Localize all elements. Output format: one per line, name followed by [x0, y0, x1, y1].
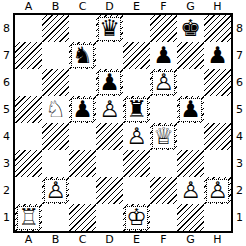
square-d4[interactable]: [96, 123, 123, 150]
square-g5[interactable]: ♟: [177, 96, 204, 123]
rank-label-1: 1: [233, 204, 246, 231]
square-d3[interactable]: [96, 150, 123, 177]
file-label-g: G: [177, 0, 204, 13]
square-b4[interactable]: [42, 123, 69, 150]
file-label-f: F: [150, 0, 177, 13]
file-label-a: A: [15, 0, 42, 13]
square-a3[interactable]: [15, 150, 42, 177]
square-g4[interactable]: [177, 123, 204, 150]
rank-labels-left: 87654321: [0, 13, 13, 233]
rank-label-1: 1: [0, 204, 13, 231]
square-c5[interactable]: ♟: [69, 96, 96, 123]
rank-label-4: 4: [0, 123, 13, 150]
square-f4[interactable]: ♕: [150, 123, 177, 150]
square-c7[interactable]: ♞: [69, 42, 96, 69]
square-f3[interactable]: [150, 150, 177, 177]
white-pawn[interactable]: ♙: [206, 179, 229, 203]
square-a7[interactable]: [15, 42, 42, 69]
square-b6[interactable]: [42, 69, 69, 96]
rank-label-7: 7: [0, 42, 13, 69]
square-d7[interactable]: [96, 42, 123, 69]
black-rook[interactable]: ♜: [125, 98, 148, 122]
square-g3[interactable]: [177, 150, 204, 177]
square-c4[interactable]: [69, 123, 96, 150]
square-b1[interactable]: [42, 204, 69, 231]
file-labels-top: ABCDEFGH: [13, 0, 233, 13]
file-label-d: D: [96, 0, 123, 13]
rank-label-5: 5: [0, 96, 13, 123]
black-pawn[interactable]: ♟: [153, 44, 174, 67]
square-d8[interactable]: ♛: [96, 15, 123, 42]
rank-label-5: 5: [233, 96, 246, 123]
square-c3[interactable]: [69, 150, 96, 177]
black-pawn[interactable]: ♟: [98, 71, 121, 95]
square-h7[interactable]: ♟: [204, 42, 231, 69]
rank-label-7: 7: [233, 42, 246, 69]
rank-label-2: 2: [0, 177, 13, 204]
square-h5[interactable]: [204, 96, 231, 123]
file-labels-bottom: ABCDEFGH: [13, 233, 233, 246]
square-b5[interactable]: ♘: [42, 96, 69, 123]
file-label-f: F: [150, 233, 177, 246]
file-label-c: C: [69, 0, 96, 13]
white-king[interactable]: ♔: [125, 206, 148, 230]
square-e1[interactable]: ♔: [123, 204, 150, 231]
file-label-d: D: [96, 233, 123, 246]
file-label-a: A: [15, 233, 42, 246]
square-e3[interactable]: [123, 150, 150, 177]
chess-diagram: ABCDEFGH 87654321 ♛♚♞♟♟♟♙♘♟♙♜♟♙♕♙♙♙♖♔ 87…: [0, 0, 246, 246]
square-c6[interactable]: [69, 69, 96, 96]
square-h2[interactable]: ♙: [204, 177, 231, 204]
black-pawn[interactable]: ♟: [179, 98, 202, 122]
file-label-g: G: [177, 233, 204, 246]
file-label-e: E: [123, 0, 150, 13]
square-g6[interactable]: [177, 69, 204, 96]
black-knight[interactable]: ♞: [71, 44, 94, 68]
square-h1[interactable]: [204, 204, 231, 231]
black-queen[interactable]: ♛: [98, 17, 121, 41]
white-pawn[interactable]: ♙: [180, 179, 201, 202]
black-pawn[interactable]: ♟: [207, 44, 228, 67]
file-label-c: C: [69, 233, 96, 246]
square-e5[interactable]: ♜: [123, 96, 150, 123]
white-pawn[interactable]: ♙: [152, 71, 175, 95]
square-a8[interactable]: [15, 15, 42, 42]
white-queen[interactable]: ♕: [152, 125, 175, 149]
rank-label-6: 6: [0, 69, 13, 96]
rank-label-2: 2: [233, 177, 246, 204]
black-king[interactable]: ♚: [180, 17, 201, 40]
chess-board[interactable]: ♛♚♞♟♟♟♙♘♟♙♜♟♙♕♙♙♙♖♔: [13, 13, 233, 233]
square-e2[interactable]: [123, 177, 150, 204]
square-f8[interactable]: [150, 15, 177, 42]
square-d5[interactable]: ♙: [96, 96, 123, 123]
square-g2[interactable]: ♙: [177, 177, 204, 204]
rank-label-3: 3: [233, 150, 246, 177]
square-e6[interactable]: [123, 69, 150, 96]
square-a4[interactable]: [15, 123, 42, 150]
square-d6[interactable]: ♟: [96, 69, 123, 96]
rank-labels-right: 87654321: [233, 13, 246, 233]
square-e8[interactable]: [123, 15, 150, 42]
square-e7[interactable]: [123, 42, 150, 69]
rank-label-4: 4: [233, 123, 246, 150]
square-h4[interactable]: [204, 123, 231, 150]
square-b2[interactable]: ♙: [42, 177, 69, 204]
square-d1[interactable]: [96, 204, 123, 231]
white-pawn[interactable]: ♙: [44, 179, 67, 203]
white-pawn[interactable]: ♙: [126, 125, 147, 148]
square-f7[interactable]: ♟: [150, 42, 177, 69]
square-b3[interactable]: [42, 150, 69, 177]
rank-label-8: 8: [233, 15, 246, 42]
rank-label-8: 8: [0, 15, 13, 42]
black-pawn[interactable]: ♟: [71, 98, 94, 122]
square-h6[interactable]: [204, 69, 231, 96]
square-f1[interactable]: [150, 204, 177, 231]
square-e4[interactable]: ♙: [123, 123, 150, 150]
square-a5[interactable]: [15, 96, 42, 123]
white-rook[interactable]: ♖: [17, 206, 40, 230]
rank-label-6: 6: [233, 69, 246, 96]
file-label-e: E: [123, 233, 150, 246]
square-a2[interactable]: [15, 177, 42, 204]
square-g7[interactable]: [177, 42, 204, 69]
square-f2[interactable]: [150, 177, 177, 204]
file-label-b: B: [42, 233, 69, 246]
file-label-b: B: [42, 0, 69, 13]
square-b8[interactable]: [42, 15, 69, 42]
file-label-h: H: [204, 233, 231, 246]
square-a1[interactable]: ♖: [15, 204, 42, 231]
square-d2[interactable]: [96, 177, 123, 204]
square-g8[interactable]: ♚: [177, 15, 204, 42]
file-label-h: H: [204, 0, 231, 13]
square-c8[interactable]: [69, 15, 96, 42]
square-h8[interactable]: [204, 15, 231, 42]
square-a6[interactable]: [15, 69, 42, 96]
square-c1[interactable]: [69, 204, 96, 231]
square-h3[interactable]: [204, 150, 231, 177]
white-knight[interactable]: ♘: [45, 98, 66, 121]
square-g1[interactable]: [177, 204, 204, 231]
square-b7[interactable]: [42, 42, 69, 69]
rank-label-3: 3: [0, 150, 13, 177]
white-pawn[interactable]: ♙: [99, 98, 120, 121]
square-c2[interactable]: [69, 177, 96, 204]
square-f5[interactable]: [150, 96, 177, 123]
square-f6[interactable]: ♙: [150, 69, 177, 96]
